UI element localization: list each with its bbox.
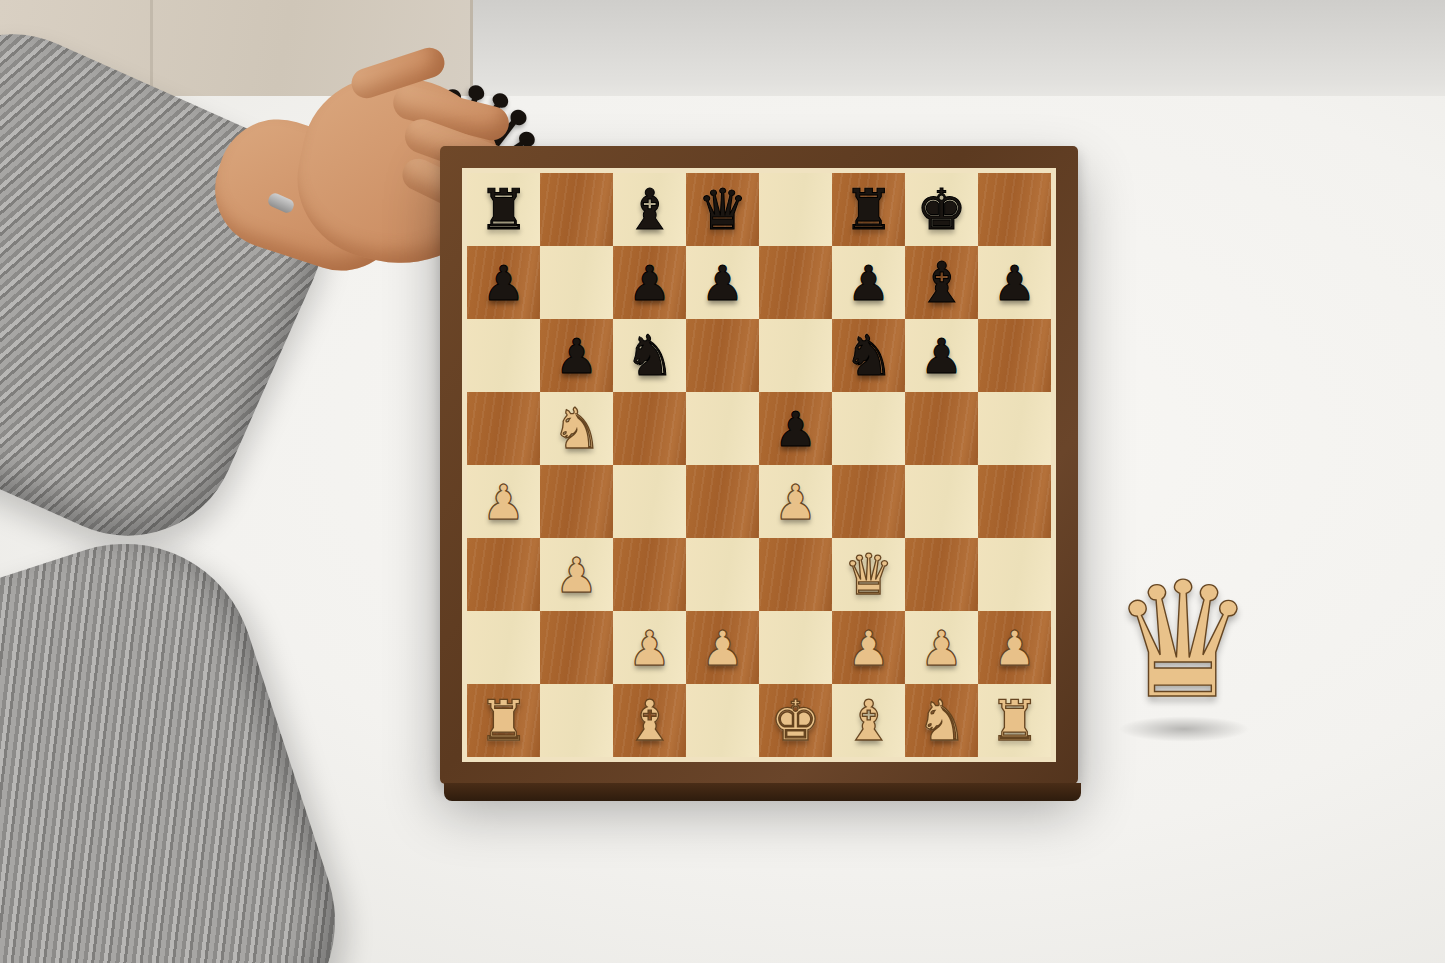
square-g5[interactable] [905,392,978,465]
square-a5[interactable] [467,392,540,465]
piece-white-rook-h1[interactable]: ♜ [978,684,1051,757]
square-g7[interactable]: ♝ [905,246,978,319]
square-b6[interactable]: ♟ [540,319,613,392]
square-b8[interactable] [540,173,613,246]
square-a7[interactable]: ♟ [467,246,540,319]
square-e4[interactable]: ♟ [759,465,832,538]
piece-white-pawn-d2[interactable]: ♟ [686,611,759,684]
square-b3[interactable]: ♟ [540,538,613,611]
square-f3[interactable]: ♛ [832,538,905,611]
square-d4[interactable] [686,465,759,538]
square-b1[interactable] [540,684,613,757]
square-b7[interactable] [540,246,613,319]
square-e1[interactable]: ♚ [759,684,832,757]
square-b2[interactable] [540,611,613,684]
board-maple-border: ♜♝♛♜♚♟♟♟♟♝♟♟♞♞♟♞♟♟♟♟♛♟♟♟♟♟♜♝♚♝♞♜ [462,168,1056,762]
board-grid: ♜♝♛♜♚♟♟♟♟♝♟♟♞♞♟♞♟♟♟♟♛♟♟♟♟♟♜♝♚♝♞♜ [467,173,1051,757]
square-h7[interactable]: ♟ [978,246,1051,319]
square-e7[interactable] [759,246,832,319]
square-g3[interactable] [905,538,978,611]
piece-white-queen-f3[interactable]: ♛ [832,538,905,611]
square-c6[interactable]: ♞ [613,319,686,392]
square-d2[interactable]: ♟ [686,611,759,684]
piece-white-knight-b5[interactable]: ♞ [540,392,613,465]
piece-white-pawn-a4[interactable]: ♟ [467,465,540,538]
piece-white-pawn-h2[interactable]: ♟ [978,611,1051,684]
square-a4[interactable]: ♟ [467,465,540,538]
square-d6[interactable] [686,319,759,392]
square-a6[interactable] [467,319,540,392]
piece-black-knight-c6[interactable]: ♞ [613,319,686,392]
square-f2[interactable]: ♟ [832,611,905,684]
square-f5[interactable] [832,392,905,465]
piece-black-pawn-f7[interactable]: ♟ [832,246,905,319]
square-e2[interactable] [759,611,832,684]
square-c5[interactable] [613,392,686,465]
square-d3[interactable] [686,538,759,611]
piece-black-pawn-h7[interactable]: ♟ [978,246,1051,319]
square-b5[interactable]: ♞ [540,392,613,465]
square-g6[interactable]: ♟ [905,319,978,392]
piece-black-pawn-e5[interactable]: ♟ [759,392,832,465]
piece-black-bishop-g7[interactable]: ♝ [905,246,978,319]
piece-black-pawn-g6[interactable]: ♟ [905,319,978,392]
square-f1[interactable]: ♝ [832,684,905,757]
square-h1[interactable]: ♜ [978,684,1051,757]
piece-white-pawn-f2[interactable]: ♟ [832,611,905,684]
piece-black-rook-a8[interactable]: ♜ [467,173,540,246]
square-b4[interactable] [540,465,613,538]
piece-white-bishop-c1[interactable]: ♝ [613,684,686,757]
piece-white-pawn-e4[interactable]: ♟ [759,465,832,538]
square-e6[interactable] [759,319,832,392]
square-a1[interactable]: ♜ [467,684,540,757]
square-g8[interactable]: ♚ [905,173,978,246]
square-c8[interactable]: ♝ [613,173,686,246]
square-d1[interactable] [686,684,759,757]
board-frame: ♜♝♛♜♚♟♟♟♟♝♟♟♞♞♟♞♟♟♟♟♛♟♟♟♟♟♜♝♚♝♞♜ [440,146,1078,784]
piece-black-queen-d8[interactable]: ♛ [686,173,759,246]
square-c1[interactable]: ♝ [613,684,686,757]
square-h4[interactable] [978,465,1051,538]
square-f4[interactable] [832,465,905,538]
square-a3[interactable] [467,538,540,611]
piece-white-pawn-g2[interactable]: ♟ [905,611,978,684]
piece-black-knight-f6[interactable]: ♞ [832,319,905,392]
chessboard: ♜♝♛♜♚♟♟♟♟♝♟♟♞♞♟♞♟♟♟♟♛♟♟♟♟♟♜♝♚♝♞♜ [440,146,1078,784]
floor-grout-line [150,0,153,98]
square-c3[interactable] [613,538,686,611]
square-h8[interactable] [978,173,1051,246]
square-d7[interactable]: ♟ [686,246,759,319]
piece-black-pawn-b6[interactable]: ♟ [540,319,613,392]
photo-scene: ♛ ♜♝♛♜♚♟♟♟♟♝♟♟♞♞♟♞♟♟♟♟♛♟♟♟♟♟♜♝♚♝♞♜ ♛ [0,0,1445,963]
square-f6[interactable]: ♞ [832,319,905,392]
square-h5[interactable] [978,392,1051,465]
square-c7[interactable]: ♟ [613,246,686,319]
square-g2[interactable]: ♟ [905,611,978,684]
square-g4[interactable] [905,465,978,538]
square-e5[interactable]: ♟ [759,392,832,465]
square-e3[interactable] [759,538,832,611]
square-c4[interactable] [613,465,686,538]
square-a2[interactable] [467,611,540,684]
square-h6[interactable] [978,319,1051,392]
square-g1[interactable]: ♞ [905,684,978,757]
square-d5[interactable] [686,392,759,465]
piece-white-bishop-f1[interactable]: ♝ [832,684,905,757]
square-h2[interactable]: ♟ [978,611,1051,684]
square-f7[interactable]: ♟ [832,246,905,319]
piece-white-pawn-b3[interactable]: ♟ [540,538,613,611]
piece-white-pawn-c2[interactable]: ♟ [613,611,686,684]
piece-white-rook-a1[interactable]: ♜ [467,684,540,757]
piece-white-knight-g1[interactable]: ♞ [905,684,978,757]
offboard-white-queen-piece[interactable]: ♛ [1108,548,1258,733]
square-d8[interactable]: ♛ [686,173,759,246]
piece-black-pawn-d7[interactable]: ♟ [686,246,759,319]
piece-white-king-e1[interactable]: ♚ [759,684,832,757]
piece-black-bishop-c8[interactable]: ♝ [613,173,686,246]
square-h3[interactable] [978,538,1051,611]
square-e8[interactable] [759,173,832,246]
square-f8[interactable]: ♜ [832,173,905,246]
piece-black-rook-f8[interactable]: ♜ [832,173,905,246]
square-c2[interactable]: ♟ [613,611,686,684]
square-a8[interactable]: ♜ [467,173,540,246]
piece-black-pawn-c7[interactable]: ♟ [613,246,686,319]
piece-black-pawn-a7[interactable]: ♟ [467,246,540,319]
piece-black-king-g8[interactable]: ♚ [905,173,978,246]
